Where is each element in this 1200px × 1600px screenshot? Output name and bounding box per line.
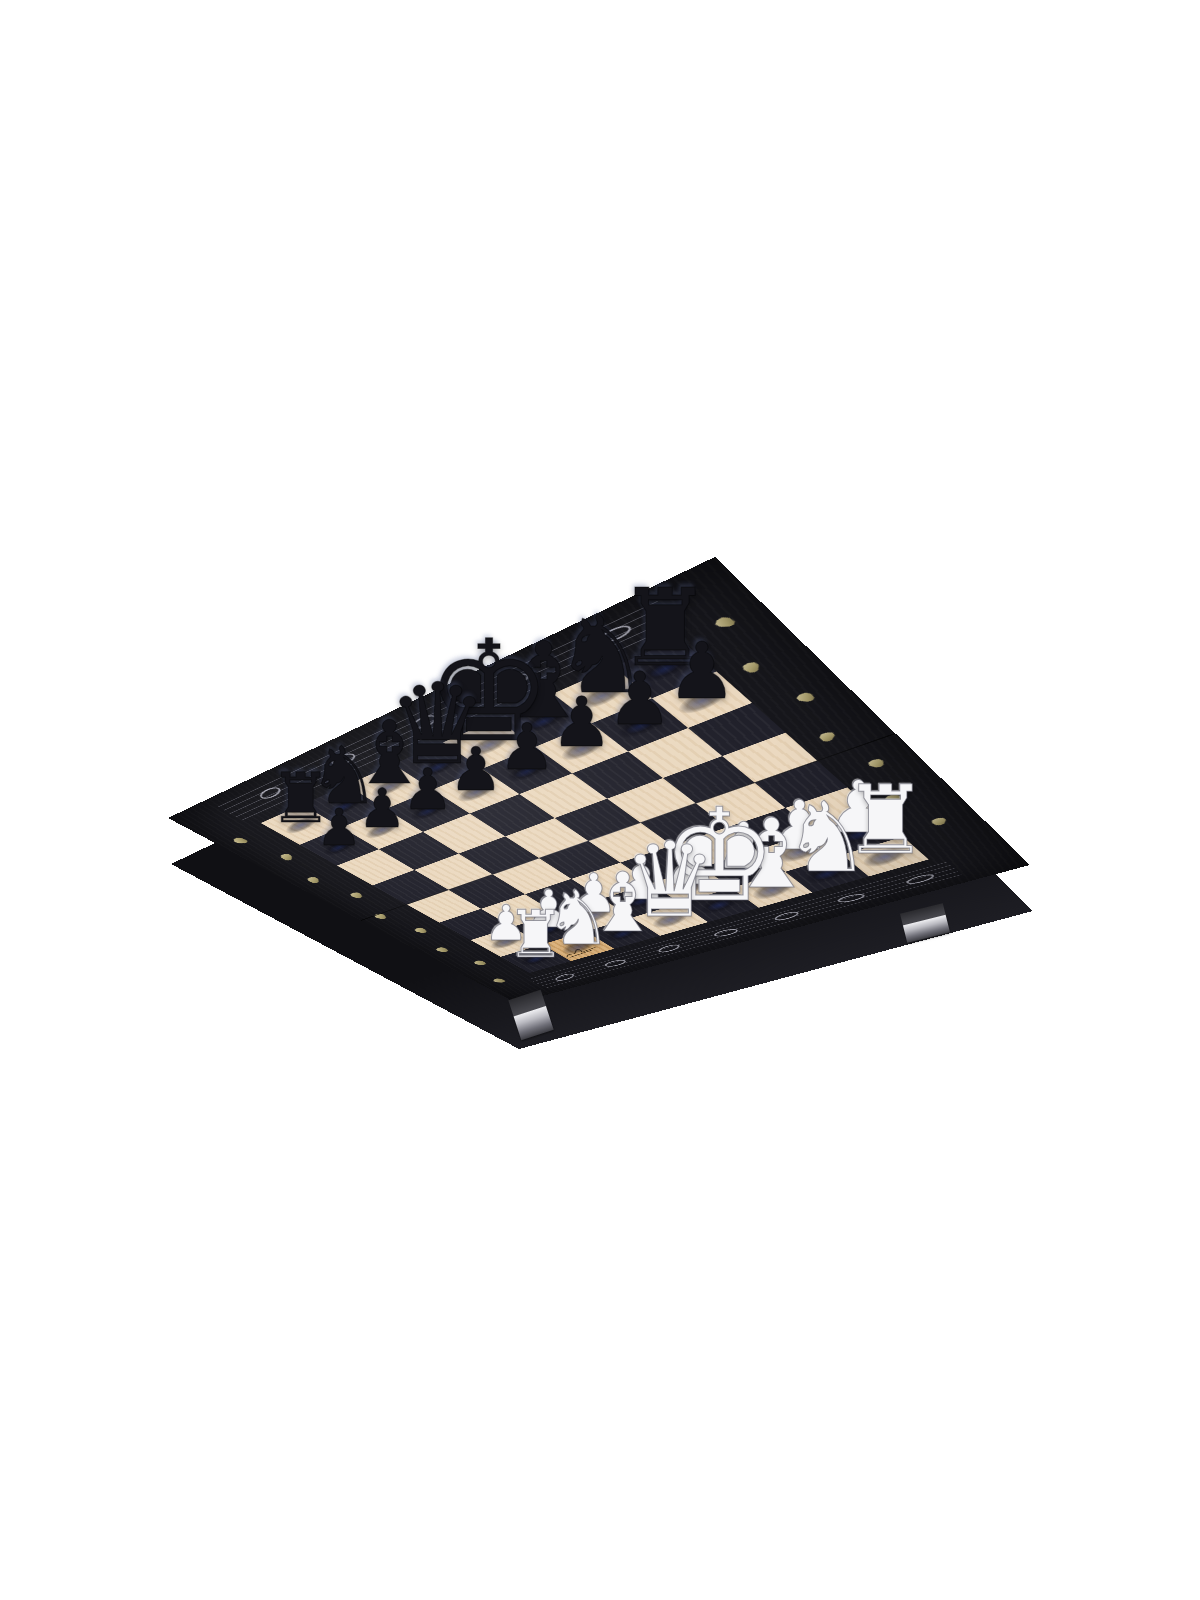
frame-inlay-shield <box>740 661 762 675</box>
frame-inlay-shield <box>279 853 295 861</box>
piece-black-pawn-e7[interactable]: ♟ <box>498 715 555 779</box>
frame-inlay-shield <box>413 927 430 934</box>
product-photo-scene: ♜♞♝♛♚♝♞♜♟♟♟♟♟♟♟♟♟♟♟♟♟♟♟♟♜♞♝♛♚♝♞♜ <box>0 0 1200 1600</box>
frame-inlay-shield <box>306 876 322 884</box>
frame-inlay-shield <box>819 731 836 743</box>
frame-inlay-shield <box>348 892 365 900</box>
frame-inlay-shield <box>793 691 818 704</box>
frame-inlay-shield <box>232 837 249 845</box>
piece-black-pawn-d7[interactable]: ♟ <box>449 739 503 799</box>
piece-black-pawn-h7[interactable]: ♟ <box>667 632 737 710</box>
frame-inlay-shield <box>472 960 488 966</box>
piece-black-pawn-f7[interactable]: ♟ <box>551 688 613 757</box>
frame-inlay-shield <box>930 817 948 827</box>
piece-black-pawn-c7[interactable]: ♟ <box>402 761 453 818</box>
frame-inlay-shield <box>492 978 508 984</box>
piece-black-pawn-a7[interactable]: ♟ <box>316 802 362 853</box>
piece-white-rook-a1[interactable]: ♜ <box>506 902 564 967</box>
frame-inlay-shield <box>434 946 451 953</box>
frame-inlay-ring <box>836 893 867 904</box>
piece-black-pawn-b7[interactable]: ♟ <box>358 782 406 836</box>
piece-black-pawn-g7[interactable]: ♟ <box>607 661 672 734</box>
frame-inlay-ring <box>552 972 577 981</box>
